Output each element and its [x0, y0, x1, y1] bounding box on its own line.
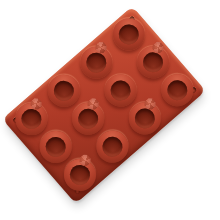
silicone-mold [2, 6, 205, 203]
cavity-well [17, 105, 45, 133]
cavity-well [66, 161, 94, 189]
cavity-well [74, 104, 102, 132]
cavity-well [49, 76, 77, 104]
cavity-well [114, 20, 142, 48]
cavity-well [131, 104, 159, 132]
product-photo [0, 0, 220, 220]
cavity-well [163, 76, 191, 104]
cavity-well [106, 76, 134, 104]
cavity-well [82, 48, 110, 76]
cavity-well [139, 48, 167, 76]
cavity-well [98, 133, 126, 161]
cavity-well [41, 133, 69, 161]
